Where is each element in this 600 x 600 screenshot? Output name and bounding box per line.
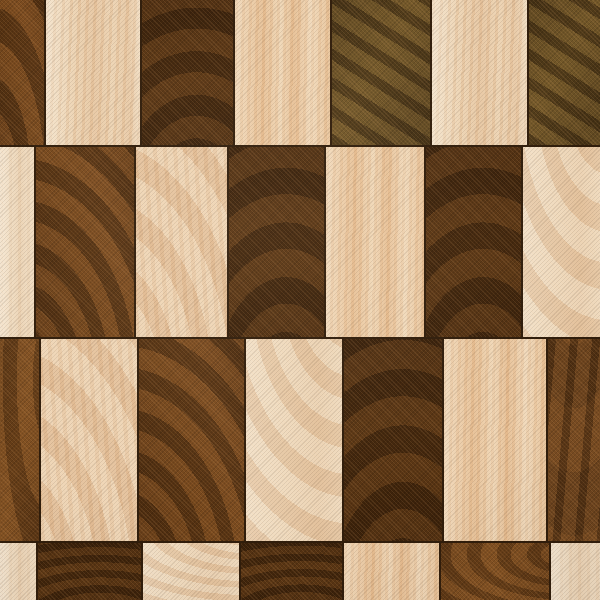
board-cell-light (523, 147, 600, 337)
board-cell-light (0, 543, 36, 600)
board-row (0, 147, 600, 337)
board-cell-light (235, 0, 330, 145)
board-cell-dark (142, 0, 233, 145)
board-cell-dark (426, 147, 521, 337)
board-cell-dark (38, 543, 141, 600)
board-cell-light (326, 147, 424, 337)
board-cell-light (0, 147, 34, 337)
board-cell-dark (548, 339, 600, 541)
board-cell-dark (529, 0, 600, 145)
board-cell-light (551, 543, 600, 600)
board-row (0, 339, 600, 541)
board-cell-dark (0, 339, 39, 541)
board-row (0, 0, 600, 145)
board-cell-dark (0, 0, 44, 145)
board-cell-dark (344, 339, 442, 541)
board-cell-light (46, 0, 140, 145)
board-cell-light (246, 339, 342, 541)
board-cell-light (344, 543, 439, 600)
board-cell-light (432, 0, 527, 145)
board-cell-dark (332, 0, 430, 145)
board-row (0, 543, 600, 600)
board-cell-light (136, 147, 227, 337)
board-cell-light (41, 339, 137, 541)
board-cell-dark (241, 543, 342, 600)
board-cell-dark (36, 147, 134, 337)
board-cell-dark (441, 543, 549, 600)
board-cell-dark (229, 147, 324, 337)
board-cell-light (143, 543, 239, 600)
board-cell-dark (139, 339, 244, 541)
board-photo (0, 0, 600, 600)
board (0, 0, 600, 600)
board-cell-light (444, 339, 546, 541)
